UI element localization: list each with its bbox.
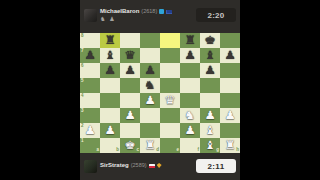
letterbox-right: [240, 0, 320, 180]
opponent-player-bar: MichaelBaron (2618) ♞ ♟ 2:20: [80, 2, 240, 28]
chess-board[interactable]: 8♜♜♚7♟♝♛♟♝♟6♟♟♟♟5♞4♟♛3♟♞♟♟2♟♟♟♝1abc♚d♜ef…: [80, 33, 240, 153]
square-h8[interactable]: [220, 33, 240, 48]
square-h6[interactable]: [220, 63, 240, 78]
piece-white-rook-h1[interactable]: ♜: [224, 139, 236, 152]
square-f6[interactable]: [180, 63, 200, 78]
piece-black-pawn-b6[interactable]: ♟: [104, 64, 116, 77]
piece-white-rook-d1[interactable]: ♜: [144, 139, 156, 152]
piece-white-pawn-h3[interactable]: ♟: [224, 109, 236, 122]
square-a7[interactable]: 7♟: [80, 48, 100, 63]
square-h2[interactable]: [220, 123, 240, 138]
streamer-badge-icon: [159, 9, 164, 14]
piece-black-pawn-f7[interactable]: ♟: [184, 49, 196, 62]
opponent-username: MichaelBaron: [100, 8, 139, 15]
square-e3[interactable]: [160, 108, 180, 123]
square-h7[interactable]: ♟: [220, 48, 240, 63]
player-clock: 2:11: [196, 159, 236, 173]
piece-black-rook-b8[interactable]: ♜: [104, 34, 116, 47]
square-c7[interactable]: ♛: [120, 48, 140, 63]
square-b2[interactable]: ♟: [100, 123, 120, 138]
square-b8[interactable]: ♜: [100, 33, 120, 48]
square-h4[interactable]: [220, 93, 240, 108]
square-f3[interactable]: ♞: [180, 108, 200, 123]
square-b6[interactable]: ♟: [100, 63, 120, 78]
screenshot-stage: MichaelBaron (2618) ♞ ♟ 2:20 8♜♜♚7♟♝♛♟♝♟…: [0, 0, 320, 180]
square-f5[interactable]: [180, 78, 200, 93]
square-e4[interactable]: ♛: [160, 93, 180, 108]
square-e6[interactable]: [160, 63, 180, 78]
coordinate-file-f: f: [198, 148, 200, 153]
piece-white-pawn-f2[interactable]: ♟: [184, 124, 196, 137]
square-c6[interactable]: ♟: [120, 63, 140, 78]
square-a3[interactable]: 3: [80, 108, 100, 123]
piece-white-pawn-a2[interactable]: ♟: [84, 124, 96, 137]
piece-white-bishop-g2[interactable]: ♝: [204, 124, 216, 137]
square-f1[interactable]: f: [180, 138, 200, 153]
piece-white-bishop-g1[interactable]: ♝: [204, 139, 216, 152]
opponent-clock: 2:20: [196, 8, 236, 22]
coordinate-file-a: a: [96, 148, 99, 153]
coordinate-file-h: h: [236, 148, 239, 153]
player-username: SirStrateg: [100, 162, 129, 169]
square-g2[interactable]: ♝: [200, 123, 220, 138]
coordinate-file-g: g: [216, 148, 219, 153]
square-f7[interactable]: ♟: [180, 48, 200, 63]
square-a8[interactable]: 8: [80, 33, 100, 48]
square-d2[interactable]: [140, 123, 160, 138]
square-a5[interactable]: 5: [80, 78, 100, 93]
square-f2[interactable]: ♟: [180, 123, 200, 138]
square-g1[interactable]: g♝: [200, 138, 220, 153]
letterbox-left: [0, 0, 80, 180]
square-b3[interactable]: [100, 108, 120, 123]
square-c1[interactable]: c♚: [120, 138, 140, 153]
coordinate-file-e: e: [176, 148, 179, 153]
coordinate-rank-8: 8: [81, 34, 84, 39]
square-g5[interactable]: [200, 78, 220, 93]
coordinate-rank-5: 5: [81, 79, 84, 84]
gold-membership-icon: [157, 163, 162, 168]
piece-black-queen-c7[interactable]: ♛: [124, 49, 136, 62]
piece-black-pawn-a7[interactable]: ♟: [84, 49, 96, 62]
square-a6[interactable]: 6: [80, 63, 100, 78]
piece-white-pawn-b2[interactable]: ♟: [104, 124, 116, 137]
square-h1[interactable]: h♜: [220, 138, 240, 153]
piece-black-pawn-c6[interactable]: ♟: [124, 64, 136, 77]
coordinate-rank-3: 3: [81, 109, 84, 114]
coordinate-rank-4: 4: [81, 94, 84, 99]
piece-white-queen-e4[interactable]: ♛: [164, 94, 176, 107]
square-d8[interactable]: [140, 33, 160, 48]
coordinate-rank-2: 2: [81, 124, 84, 129]
square-g6[interactable]: ♟: [200, 63, 220, 78]
square-b5[interactable]: [100, 78, 120, 93]
square-d5[interactable]: ♞: [140, 78, 160, 93]
opponent-info: MichaelBaron (2618) ♞ ♟: [100, 8, 196, 22]
square-f8[interactable]: ♜: [180, 33, 200, 48]
square-c5[interactable]: [120, 78, 140, 93]
square-g7[interactable]: ♝: [200, 48, 220, 63]
piece-black-king-g8[interactable]: ♚: [204, 34, 216, 47]
player-player-bar: SirStrateg (2589) 2:11: [80, 153, 240, 179]
piece-black-knight-d5[interactable]: ♞: [144, 79, 156, 92]
square-d1[interactable]: d♜: [140, 138, 160, 153]
square-h5[interactable]: [220, 78, 240, 93]
square-a4[interactable]: 4: [80, 93, 100, 108]
square-g3[interactable]: ♟: [200, 108, 220, 123]
player-rating: (2589): [131, 162, 147, 169]
square-b1[interactable]: b: [100, 138, 120, 153]
piece-black-pawn-d6[interactable]: ♟: [144, 64, 156, 77]
piece-white-knight-f3[interactable]: ♞: [184, 109, 196, 122]
square-g4[interactable]: [200, 93, 220, 108]
player-avatar[interactable]: [84, 160, 97, 173]
square-d6[interactable]: ♟: [140, 63, 160, 78]
square-h3[interactable]: ♟: [220, 108, 240, 123]
coordinate-file-c: c: [136, 148, 139, 153]
square-f4[interactable]: [180, 93, 200, 108]
player-info: SirStrateg (2589): [100, 162, 196, 170]
square-e1[interactable]: e: [160, 138, 180, 153]
square-a1[interactable]: 1a: [80, 138, 100, 153]
square-e8[interactable]: [160, 33, 180, 48]
coordinate-file-b: b: [116, 148, 119, 153]
square-e5[interactable]: [160, 78, 180, 93]
square-c8[interactable]: [120, 33, 140, 48]
piece-black-bishop-b7[interactable]: ♝: [104, 49, 116, 62]
square-b4[interactable]: [100, 93, 120, 108]
piece-black-pawn-h7[interactable]: ♟: [224, 49, 236, 62]
square-e2[interactable]: [160, 123, 180, 138]
coordinate-rank-6: 6: [81, 64, 84, 69]
piece-black-pawn-g6[interactable]: ♟: [204, 64, 216, 77]
coordinate-rank-7: 7: [81, 49, 84, 54]
piece-black-bishop-g7[interactable]: ♝: [204, 49, 216, 62]
coordinate-file-d: d: [156, 148, 159, 153]
coordinate-rank-1: 1: [81, 139, 84, 144]
poland-flag-icon: [149, 164, 155, 168]
piece-white-pawn-c3[interactable]: ♟: [124, 109, 136, 122]
square-b7[interactable]: ♝: [100, 48, 120, 63]
piece-white-pawn-d4[interactable]: ♟: [144, 94, 156, 107]
square-d4[interactable]: ♟: [140, 93, 160, 108]
square-d7[interactable]: [140, 48, 160, 63]
square-a2[interactable]: 2♟: [80, 123, 100, 138]
square-e7[interactable]: [160, 48, 180, 63]
australia-flag-icon: [166, 10, 172, 14]
opponent-captured-pieces: ♞ ♟: [100, 16, 196, 22]
square-c3[interactable]: ♟: [120, 108, 140, 123]
opponent-avatar[interactable]: [84, 9, 97, 22]
square-g8[interactable]: ♚: [200, 33, 220, 48]
square-c4[interactable]: [120, 93, 140, 108]
game-video-area: MichaelBaron (2618) ♞ ♟ 2:20 8♜♜♚7♟♝♛♟♝♟…: [80, 0, 240, 180]
opponent-rating: (2618): [141, 8, 157, 15]
square-c2[interactable]: [120, 123, 140, 138]
piece-white-pawn-g3[interactable]: ♟: [204, 109, 216, 122]
piece-white-king-c1[interactable]: ♚: [124, 139, 136, 152]
piece-black-rook-f8[interactable]: ♜: [184, 34, 196, 47]
square-d3[interactable]: [140, 108, 160, 123]
